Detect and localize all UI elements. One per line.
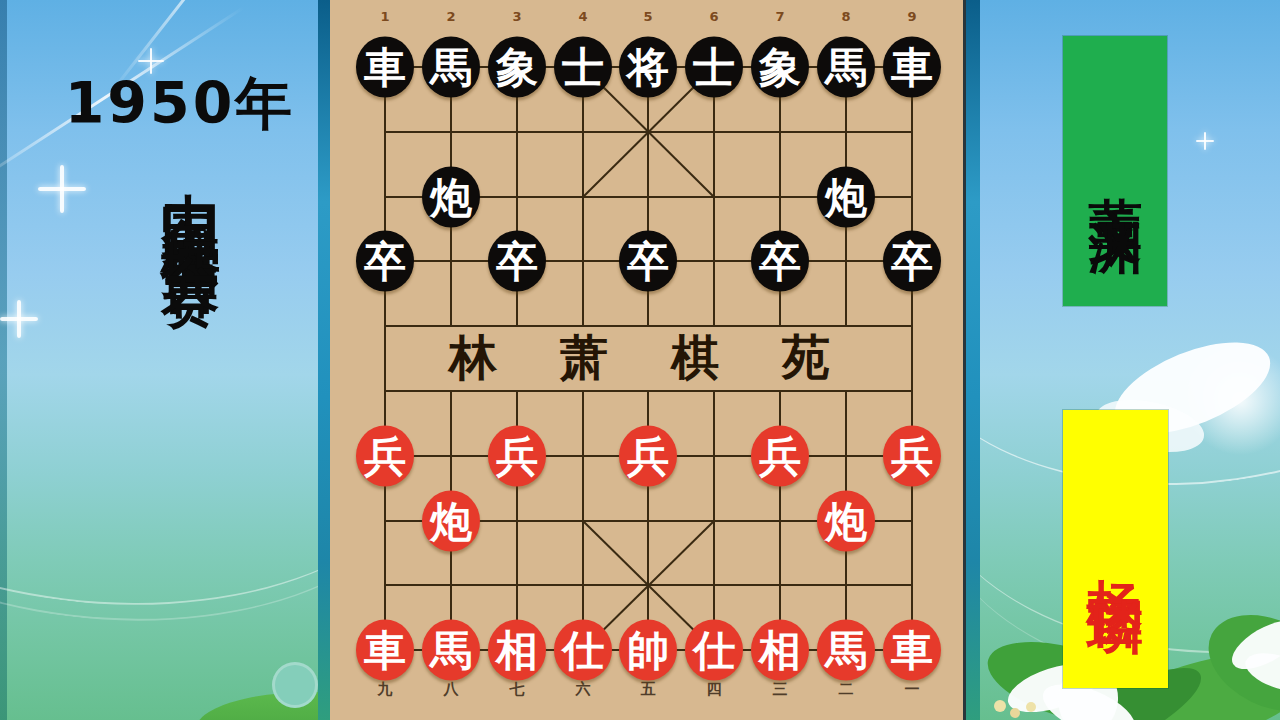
sparkle-icon (0, 300, 38, 338)
xiangqi-board: 車馬象士将士象馬車炮炮卒卒卒卒卒兵兵兵兵兵炮炮車馬相仕帥仕相馬車12345678… (330, 0, 966, 720)
piece-red-車-f9r10[interactable]: 車 (883, 620, 941, 681)
file-label-top-6: 6 (709, 9, 718, 24)
piece-red-仕-f6r10[interactable]: 仕 (685, 620, 743, 681)
event-year: 1950年 (28, 66, 332, 143)
file-label-bottom: 八 (444, 680, 459, 699)
file-label-top-7: 7 (775, 9, 784, 24)
piece-black-卒-f9r4[interactable]: 卒 (883, 231, 941, 292)
piece-black-士-f4r1[interactable]: 士 (554, 37, 612, 98)
piece-black-馬-f8r1[interactable]: 馬 (817, 37, 875, 98)
piece-red-兵-f1r7[interactable]: 兵 (356, 426, 414, 487)
board-frame-left (318, 0, 330, 720)
file-label-top-4: 4 (578, 9, 587, 24)
piece-red-炮-f8r8[interactable]: 炮 (817, 491, 875, 552)
piece-red-馬-f8r10[interactable]: 馬 (817, 620, 875, 681)
piece-black-炮-f2r3[interactable]: 炮 (422, 167, 480, 228)
piece-red-相-f7r10[interactable]: 相 (751, 620, 809, 681)
file-label-bottom: 七 (510, 680, 525, 699)
teal-ball (272, 662, 318, 708)
piece-black-象-f3r1[interactable]: 象 (488, 37, 546, 98)
piece-black-馬-f2r1[interactable]: 馬 (422, 37, 480, 98)
piece-black-卒-f1r4[interactable]: 卒 (356, 231, 414, 292)
piece-black-車-f9r1[interactable]: 車 (883, 37, 941, 98)
river-text-char: 萧 (560, 326, 608, 390)
piece-red-帥-f5r10[interactable]: 帥 (619, 620, 677, 681)
piece-black-象-f7r1[interactable]: 象 (751, 37, 809, 98)
board-frame-right (966, 0, 980, 720)
piece-red-馬-f2r10[interactable]: 馬 (422, 620, 480, 681)
piece-black-将-f5r1[interactable]: 将 (619, 37, 677, 98)
piece-red-炮-f2r8[interactable]: 炮 (422, 491, 480, 552)
top-player-card: 董文渊 (1063, 36, 1167, 306)
file-label-top-3: 3 (512, 9, 521, 24)
piece-red-兵-f3r7[interactable]: 兵 (488, 426, 546, 487)
river-text-char: 林 (449, 326, 497, 390)
file-label-bottom: 一 (905, 680, 920, 699)
piece-black-卒-f3r4[interactable]: 卒 (488, 231, 546, 292)
bottom-player-card: 杨官璘 (1063, 410, 1168, 688)
event-title: 中国象棋擂台赛 (151, 146, 231, 686)
file-label-bottom: 六 (576, 680, 591, 699)
file-label-top-2: 2 (446, 9, 455, 24)
piece-black-車-f1r1[interactable]: 車 (356, 37, 414, 98)
piece-red-車-f1r10[interactable]: 車 (356, 620, 414, 681)
piece-black-卒-f5r4[interactable]: 卒 (619, 231, 677, 292)
sparkle-icon (1196, 132, 1214, 150)
file-label-top-1: 1 (380, 9, 389, 24)
screenshot-stage: 1950年 中国象棋擂台赛 (0, 0, 1280, 720)
file-label-bottom: 四 (707, 680, 722, 699)
top-player-name: 董文渊 (1079, 153, 1152, 189)
piece-black-炮-f8r3[interactable]: 炮 (817, 167, 875, 228)
file-label-top-5: 5 (643, 9, 652, 24)
piece-red-仕-f4r10[interactable]: 仕 (554, 620, 612, 681)
piece-red-兵-f9r7[interactable]: 兵 (883, 426, 941, 487)
sparkle-icon (38, 165, 86, 213)
bottom-player-name: 杨官璘 (1078, 534, 1154, 564)
file-label-top-9: 9 (907, 9, 916, 24)
flower-center (1026, 702, 1036, 712)
river-text-char: 棋 (671, 326, 719, 390)
file-label-bottom: 二 (839, 680, 854, 699)
file-label-bottom: 三 (773, 680, 788, 699)
board-grid (330, 0, 966, 720)
piece-black-卒-f7r4[interactable]: 卒 (751, 231, 809, 292)
flower-center (1010, 708, 1020, 718)
piece-black-士-f6r1[interactable]: 士 (685, 37, 743, 98)
file-label-top-8: 8 (841, 9, 850, 24)
flower-center (994, 700, 1006, 712)
piece-red-兵-f7r7[interactable]: 兵 (751, 426, 809, 487)
piece-red-兵-f5r7[interactable]: 兵 (619, 426, 677, 487)
river-text-char: 苑 (782, 326, 830, 390)
piece-red-相-f3r10[interactable]: 相 (488, 620, 546, 681)
file-label-bottom: 五 (641, 680, 656, 699)
file-label-bottom: 九 (378, 680, 393, 699)
